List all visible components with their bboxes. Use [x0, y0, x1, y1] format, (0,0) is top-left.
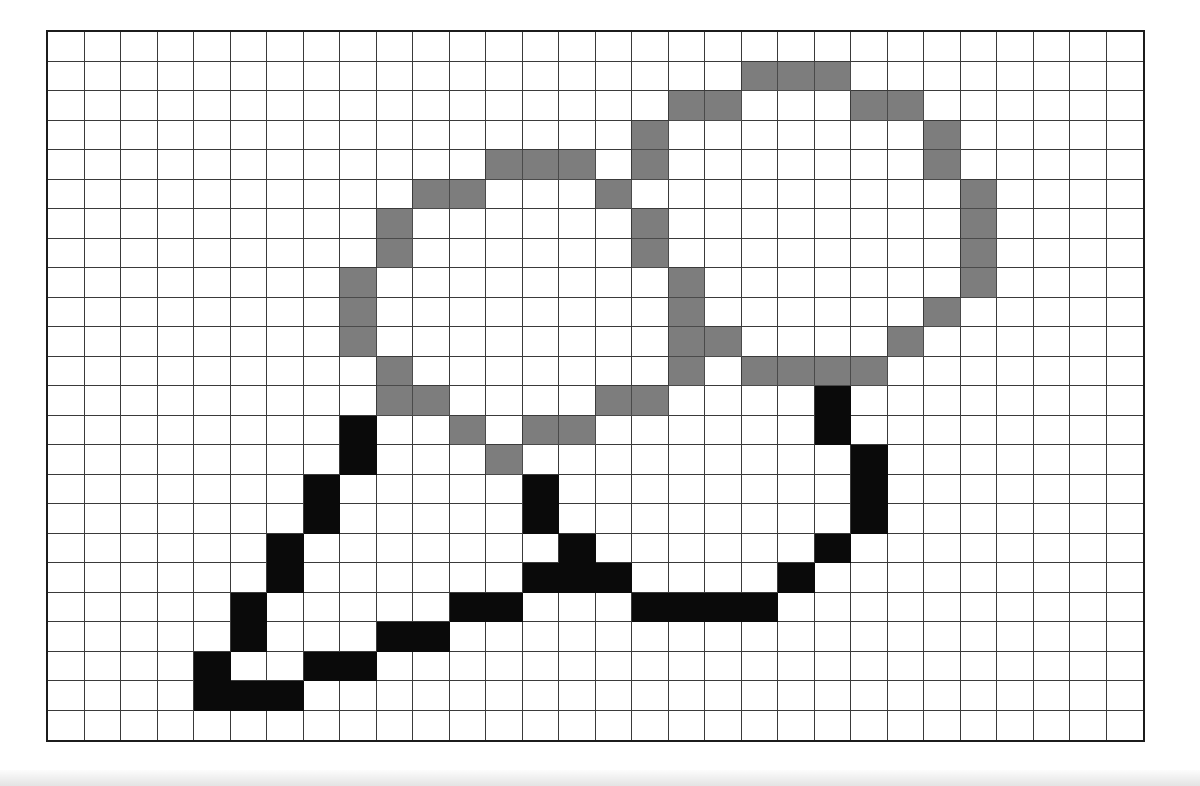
- grid-cell: [997, 652, 1034, 682]
- grid-cell: [194, 593, 231, 623]
- grid-cell: [413, 563, 450, 593]
- grid-cell: [486, 180, 523, 210]
- grid-cell: [924, 327, 961, 357]
- grid-cell: [48, 504, 85, 534]
- grid-cell: [1107, 563, 1144, 593]
- grid-cell: [523, 150, 560, 180]
- grid-cell: [121, 475, 158, 505]
- grid-cell: [815, 150, 852, 180]
- grid-cell: [304, 239, 341, 269]
- grid-cell: [924, 32, 961, 62]
- grid-cell: [559, 534, 596, 564]
- grid-cell: [85, 475, 122, 505]
- grid-cell: [559, 504, 596, 534]
- grid-cell: [413, 239, 450, 269]
- grid-cell: [194, 62, 231, 92]
- grid-cell: [340, 711, 377, 741]
- grid-cell: [377, 298, 414, 328]
- grid-cell: [340, 268, 377, 298]
- grid-cell: [559, 416, 596, 446]
- grid-cell: [997, 357, 1034, 387]
- grid-cell: [413, 622, 450, 652]
- grid-cell: [48, 298, 85, 328]
- grid-cell: [304, 593, 341, 623]
- grid-cell: [158, 91, 195, 121]
- grid-cell: [377, 268, 414, 298]
- grid-cell: [961, 150, 998, 180]
- grid-cell: [267, 681, 304, 711]
- grid-cell: [231, 357, 268, 387]
- grid-cell: [231, 298, 268, 328]
- grid-cell: [450, 475, 487, 505]
- grid-cell: [231, 268, 268, 298]
- grid-cell: [1107, 534, 1144, 564]
- grid-cell: [340, 209, 377, 239]
- grid-cell: [121, 180, 158, 210]
- grid-cell: [705, 32, 742, 62]
- grid-cell: [742, 681, 779, 711]
- grid-cell: [596, 386, 633, 416]
- grid-cell: [997, 475, 1034, 505]
- grid-cell: [85, 180, 122, 210]
- grid-cell: [742, 386, 779, 416]
- grid-cell: [121, 563, 158, 593]
- grid-cell: [304, 504, 341, 534]
- grid-cell: [413, 298, 450, 328]
- grid-cell: [815, 121, 852, 151]
- grid-cell: [596, 180, 633, 210]
- grid-cell: [267, 62, 304, 92]
- grid-cell: [632, 298, 669, 328]
- grid-cell: [632, 445, 669, 475]
- grid-cell: [596, 593, 633, 623]
- grid-cell: [194, 445, 231, 475]
- grid-cell: [559, 357, 596, 387]
- grid-cell: [851, 268, 888, 298]
- grid-cell: [340, 298, 377, 328]
- grid-cell: [778, 32, 815, 62]
- grid-cell: [158, 62, 195, 92]
- grid-cell: [1034, 386, 1071, 416]
- grid-cell: [669, 298, 706, 328]
- grid-cell: [851, 652, 888, 682]
- grid-cell: [851, 91, 888, 121]
- grid-cell: [669, 652, 706, 682]
- grid-cell: [961, 298, 998, 328]
- grid-cell: [486, 416, 523, 446]
- grid-cell: [997, 386, 1034, 416]
- grid-cell: [851, 593, 888, 623]
- grid-cell: [851, 32, 888, 62]
- grid-cell: [742, 593, 779, 623]
- grid-cell: [997, 593, 1034, 623]
- grid-cell: [632, 180, 669, 210]
- grid-cell: [961, 652, 998, 682]
- grid-cell: [1070, 239, 1107, 269]
- grid-cell: [121, 386, 158, 416]
- grid-cell: [705, 209, 742, 239]
- grid-cell: [1107, 150, 1144, 180]
- grid-cell: [742, 150, 779, 180]
- grid-cell: [158, 563, 195, 593]
- grid-cell: [815, 475, 852, 505]
- grid-cell: [632, 652, 669, 682]
- grid-cell: [377, 416, 414, 446]
- grid-cell: [961, 475, 998, 505]
- grid-cell: [815, 652, 852, 682]
- grid-cell: [961, 32, 998, 62]
- grid-cell: [559, 62, 596, 92]
- grid-cell: [377, 711, 414, 741]
- grid-cell: [413, 652, 450, 682]
- grid-cell: [851, 209, 888, 239]
- grid-cell: [742, 239, 779, 269]
- grid-cell: [231, 209, 268, 239]
- grid-cell: [778, 327, 815, 357]
- grid-cell: [85, 534, 122, 564]
- grid-cell: [267, 445, 304, 475]
- grid-cell: [267, 268, 304, 298]
- grid-cell: [815, 416, 852, 446]
- grid-cell: [450, 268, 487, 298]
- grid-cell: [778, 91, 815, 121]
- grid-cell: [961, 622, 998, 652]
- grid-cell: [961, 121, 998, 151]
- grid-cell: [523, 416, 560, 446]
- grid-cell: [340, 357, 377, 387]
- grid-cell: [1070, 327, 1107, 357]
- grid-cell: [815, 32, 852, 62]
- grid-cell: [705, 121, 742, 151]
- grid-cell: [961, 504, 998, 534]
- grid-cell: [596, 534, 633, 564]
- grid-cell: [231, 475, 268, 505]
- grid-cell: [961, 180, 998, 210]
- grid-cell: [1070, 91, 1107, 121]
- grid-cell: [194, 622, 231, 652]
- grid-cell: [486, 711, 523, 741]
- grid-cell: [523, 62, 560, 92]
- grid-cell: [851, 327, 888, 357]
- grid-cell: [158, 209, 195, 239]
- grid-cell: [888, 62, 925, 92]
- grid-cell: [705, 150, 742, 180]
- grid-cell: [1034, 91, 1071, 121]
- grid-cell: [1034, 150, 1071, 180]
- grid-cell: [778, 209, 815, 239]
- grid-cell: [194, 563, 231, 593]
- grid-cell: [596, 357, 633, 387]
- grid-cell: [851, 475, 888, 505]
- grid-cell: [742, 416, 779, 446]
- grid-cell: [778, 504, 815, 534]
- grid-cell: [705, 711, 742, 741]
- grid-cell: [304, 327, 341, 357]
- grid-cell: [742, 62, 779, 92]
- grid-cell: [523, 91, 560, 121]
- grid-cell: [450, 504, 487, 534]
- grid-cell: [194, 209, 231, 239]
- grid-cell: [924, 475, 961, 505]
- grid-cell: [158, 386, 195, 416]
- grid-cell: [632, 239, 669, 269]
- grid-cell: [1107, 91, 1144, 121]
- grid-cell: [486, 150, 523, 180]
- grid-cell: [267, 91, 304, 121]
- grid-cell: [888, 239, 925, 269]
- grid-cell: [632, 504, 669, 534]
- grid-cell: [888, 504, 925, 534]
- grid-cell: [85, 239, 122, 269]
- grid-cell: [961, 62, 998, 92]
- grid-cell: [267, 652, 304, 682]
- grid-cell: [121, 239, 158, 269]
- grid-cell: [1034, 298, 1071, 328]
- grid-cell: [669, 239, 706, 269]
- grid-cell: [961, 209, 998, 239]
- grid-cell: [888, 180, 925, 210]
- grid-cell: [742, 534, 779, 564]
- grid-cell: [450, 357, 487, 387]
- grid-cell: [121, 268, 158, 298]
- grid-cell: [1070, 534, 1107, 564]
- grid-cell: [632, 150, 669, 180]
- grid-cell: [924, 534, 961, 564]
- grid-cell: [559, 32, 596, 62]
- grid-cell: [851, 357, 888, 387]
- grid-cell: [121, 150, 158, 180]
- grid-cell: [669, 121, 706, 151]
- grid-cell: [632, 209, 669, 239]
- grid-cell: [1070, 622, 1107, 652]
- grid-cell: [158, 150, 195, 180]
- grid-cell: [523, 268, 560, 298]
- grid-cell: [1070, 681, 1107, 711]
- grid-cell: [669, 445, 706, 475]
- grid-cell: [596, 150, 633, 180]
- grid-cell: [1107, 298, 1144, 328]
- grid-cell: [194, 268, 231, 298]
- grid-cell: [85, 121, 122, 151]
- grid-cell: [158, 652, 195, 682]
- grid-cell: [669, 180, 706, 210]
- grid-cell: [924, 652, 961, 682]
- grid-cell: [158, 268, 195, 298]
- grid-cell: [997, 62, 1034, 92]
- grid-cell: [742, 268, 779, 298]
- grid-cell: [596, 298, 633, 328]
- grid-cell: [48, 327, 85, 357]
- grid-cell: [888, 534, 925, 564]
- grid-cell: [742, 711, 779, 741]
- grid-cell: [1070, 268, 1107, 298]
- grid-cell: [413, 268, 450, 298]
- grid-cell: [815, 357, 852, 387]
- grid-cell: [559, 268, 596, 298]
- grid-cell: [194, 534, 231, 564]
- grid-cell: [450, 622, 487, 652]
- grid-cell: [742, 298, 779, 328]
- grid-cell: [559, 563, 596, 593]
- grid-cell: [523, 357, 560, 387]
- grid-cell: [997, 268, 1034, 298]
- grid-cell: [997, 327, 1034, 357]
- grid-cell: [705, 563, 742, 593]
- grid-cell: [924, 209, 961, 239]
- grid-cell: [742, 121, 779, 151]
- grid-cell: [377, 357, 414, 387]
- grid-cell: [596, 563, 633, 593]
- grid-cell: [961, 386, 998, 416]
- grid-cell: [705, 91, 742, 121]
- grid-cell: [559, 239, 596, 269]
- grid-cell: [705, 268, 742, 298]
- grid-cell: [340, 150, 377, 180]
- grid-cell: [559, 652, 596, 682]
- grid-cell: [888, 416, 925, 446]
- grid-cell: [194, 681, 231, 711]
- grid-cell: [523, 298, 560, 328]
- grid-cell: [523, 593, 560, 623]
- grid-cell: [742, 445, 779, 475]
- grid-cell: [450, 239, 487, 269]
- grid-cell: [924, 622, 961, 652]
- grid-cell: [523, 121, 560, 151]
- grid-cell: [121, 357, 158, 387]
- grid-cell: [669, 416, 706, 446]
- grid-cell: [48, 652, 85, 682]
- grid-cell: [815, 445, 852, 475]
- grid-cell: [742, 652, 779, 682]
- grid-cell: [523, 534, 560, 564]
- grid-cell: [888, 475, 925, 505]
- grid-cell: [450, 386, 487, 416]
- grid-cell: [377, 150, 414, 180]
- grid-cell: [1107, 475, 1144, 505]
- grid-cell: [304, 652, 341, 682]
- grid-cell: [924, 298, 961, 328]
- grid-cell: [1070, 357, 1107, 387]
- grid-cell: [778, 357, 815, 387]
- grid-cell: [1107, 121, 1144, 151]
- grid-cell: [778, 563, 815, 593]
- grid-cell: [778, 298, 815, 328]
- grid-cell: [1034, 445, 1071, 475]
- grid-cell: [1034, 563, 1071, 593]
- grid-cell: [48, 416, 85, 446]
- grid-cell: [669, 209, 706, 239]
- grid-cell: [705, 298, 742, 328]
- grid-cell: [742, 504, 779, 534]
- grid-cell: [85, 681, 122, 711]
- grid-cell: [523, 386, 560, 416]
- grid-cell: [669, 534, 706, 564]
- grid-cell: [1070, 62, 1107, 92]
- grid-cell: [632, 32, 669, 62]
- grid-cell: [1107, 62, 1144, 92]
- grid-cell: [815, 386, 852, 416]
- grid-cell: [121, 327, 158, 357]
- grid-cell: [486, 622, 523, 652]
- grid-cell: [158, 622, 195, 652]
- grid-cell: [377, 445, 414, 475]
- grid-cell: [304, 386, 341, 416]
- grid-cell: [961, 593, 998, 623]
- grid-cell: [669, 62, 706, 92]
- grid-cell: [523, 445, 560, 475]
- grid-cell: [1107, 209, 1144, 239]
- grid-cell: [158, 681, 195, 711]
- grid-cell: [596, 209, 633, 239]
- grid-cell: [450, 534, 487, 564]
- grid-cell: [85, 32, 122, 62]
- grid-cell: [815, 239, 852, 269]
- grid-cell: [304, 622, 341, 652]
- grid-cell: [85, 593, 122, 623]
- grid-cell: [632, 91, 669, 121]
- grid-cell: [815, 711, 852, 741]
- grid-cell: [267, 622, 304, 652]
- grid-cell: [121, 32, 158, 62]
- grid-cell: [1107, 711, 1144, 741]
- grid-cell: [377, 91, 414, 121]
- grid-cell: [924, 357, 961, 387]
- grid-cell: [121, 416, 158, 446]
- grid-cell: [267, 504, 304, 534]
- grid-cell: [267, 32, 304, 62]
- grid-cell: [340, 563, 377, 593]
- grid-cell: [851, 445, 888, 475]
- grid-cell: [632, 534, 669, 564]
- grid-cell: [340, 652, 377, 682]
- grid-cell: [778, 445, 815, 475]
- grid-cell: [559, 711, 596, 741]
- grid-cell: [340, 681, 377, 711]
- grid-cell: [1034, 711, 1071, 741]
- grid-cell: [559, 209, 596, 239]
- grid-cell: [997, 622, 1034, 652]
- grid-cell: [121, 534, 158, 564]
- grid-cell: [1034, 327, 1071, 357]
- grid-cell: [304, 209, 341, 239]
- grid-cell: [377, 180, 414, 210]
- grid-cell: [377, 504, 414, 534]
- grid-cell: [924, 563, 961, 593]
- grid-cell: [377, 534, 414, 564]
- grid-cell: [85, 150, 122, 180]
- grid-cell: [486, 475, 523, 505]
- grid-cell: [304, 475, 341, 505]
- grid-cell: [304, 416, 341, 446]
- grid-cell: [851, 504, 888, 534]
- grid-cell: [851, 386, 888, 416]
- grid-cell: [924, 91, 961, 121]
- grid-cell: [1107, 504, 1144, 534]
- grid-cell: [377, 239, 414, 269]
- grid-cell: [413, 357, 450, 387]
- grid-cell: [194, 121, 231, 151]
- grid-cell: [778, 180, 815, 210]
- grid-cell: [924, 386, 961, 416]
- grid-cell: [486, 121, 523, 151]
- grid-cell: [304, 563, 341, 593]
- grid-cell: [961, 327, 998, 357]
- grid-cell: [815, 298, 852, 328]
- grid-cell: [267, 121, 304, 151]
- grid-cell: [1034, 209, 1071, 239]
- grid-cell: [304, 150, 341, 180]
- grid-cell: [1107, 268, 1144, 298]
